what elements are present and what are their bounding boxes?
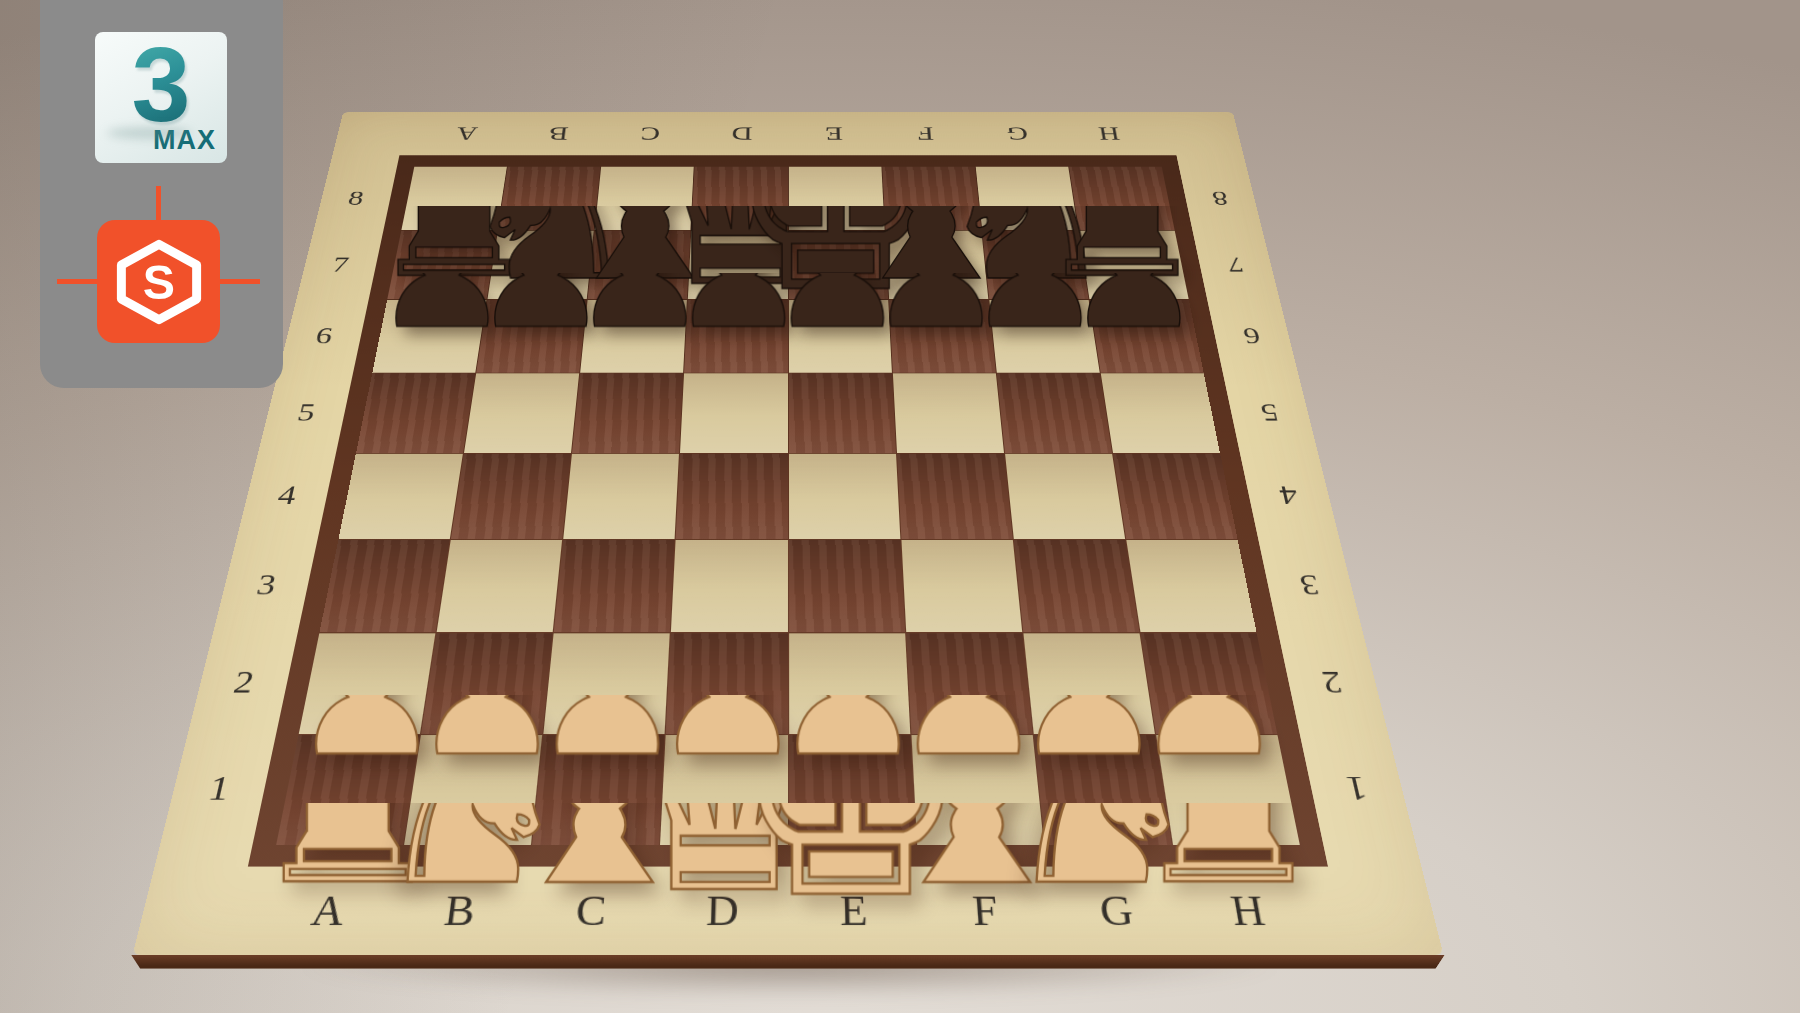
- rank-right-label-5: 5: [1223, 373, 1318, 453]
- file-top-label-e: E: [788, 112, 881, 155]
- rank-left-label-5: 5: [258, 373, 353, 453]
- square-a6[interactable]: [372, 300, 486, 373]
- square-h5[interactable]: [1101, 374, 1220, 453]
- square-f6[interactable]: [889, 300, 996, 373]
- 3ds-max-label: MAX: [153, 125, 216, 156]
- substance-letter: S: [142, 255, 174, 309]
- square-e4[interactable]: [789, 453, 900, 538]
- square-f4[interactable]: [897, 453, 1013, 538]
- square-c5[interactable]: [572, 374, 683, 453]
- file-bottom-label-c: C: [521, 867, 659, 955]
- substance-crosshair-tick-right: [220, 279, 260, 284]
- square-a4[interactable]: [339, 453, 464, 538]
- rank-right-label-4: 4: [1240, 453, 1340, 539]
- substance-3d-logo: S: [97, 220, 220, 343]
- square-d4[interactable]: [676, 453, 787, 538]
- square-h6[interactable]: [1089, 300, 1203, 373]
- square-d5[interactable]: [680, 374, 787, 453]
- file-bottom-label-h: H: [1175, 867, 1322, 955]
- rank-right-label-6: 6: [1207, 300, 1298, 374]
- file-bottom-label-g: G: [1046, 867, 1189, 955]
- file-top-label-c: C: [602, 112, 697, 155]
- square-e5[interactable]: [788, 374, 895, 453]
- square-a5[interactable]: [356, 374, 475, 453]
- file-bottom-label-e: E: [788, 867, 922, 955]
- file-top-label-h: H: [1060, 112, 1159, 155]
- file-bottom-label-f: F: [917, 867, 1055, 955]
- square-f5[interactable]: [893, 374, 1004, 453]
- rank-left-label-7: 7: [296, 231, 383, 300]
- substance-hexagon-icon: S: [116, 239, 202, 325]
- substance-crosshair-tick-left: [57, 279, 97, 284]
- square-h7[interactable]: ♟: [1079, 231, 1189, 299]
- square-e6[interactable]: [788, 300, 891, 373]
- substance-crosshair-tick-top: [156, 186, 161, 220]
- file-labels-top: ABCDEFGH: [417, 112, 1160, 155]
- file-bottom-label-d: D: [654, 867, 788, 955]
- file-top-label-a: A: [417, 112, 516, 155]
- file-top-label-f: F: [879, 112, 974, 155]
- rank-left-label-6: 6: [278, 300, 369, 374]
- rank-right-label-8: 8: [1179, 167, 1262, 231]
- file-bottom-label-a: A: [254, 867, 401, 955]
- square-c4[interactable]: [564, 453, 680, 538]
- square-b4[interactable]: [451, 453, 571, 538]
- square-d6[interactable]: [684, 300, 787, 373]
- 3ds-max-logo: 3 MAX: [95, 32, 227, 163]
- square-c6[interactable]: [580, 300, 687, 373]
- file-top-label-d: D: [695, 112, 788, 155]
- square-b6[interactable]: [476, 300, 587, 373]
- rank-right-label-7: 7: [1193, 231, 1280, 300]
- square-g6[interactable]: [989, 300, 1100, 373]
- square-h1[interactable]: ♜: [1156, 735, 1300, 845]
- scene-root: ABCDEFGH ABCDEFGH 87654321 87654321 ♜♞♝♛…: [0, 0, 1800, 1013]
- file-top-label-g: G: [969, 112, 1066, 155]
- square-b5[interactable]: [464, 374, 579, 453]
- file-top-label-b: B: [509, 112, 606, 155]
- square-g5[interactable]: [997, 374, 1112, 453]
- square-g4[interactable]: [1005, 453, 1125, 538]
- board-front-edge: [131, 955, 1444, 969]
- file-labels-bottom: ABCDEFGH: [254, 867, 1323, 955]
- chess-board: ABCDEFGH ABCDEFGH 87654321 87654321 ♜♞♝♛…: [133, 112, 1444, 955]
- square-h4[interactable]: [1113, 453, 1238, 538]
- file-bottom-label-b: B: [387, 867, 530, 955]
- software-logos-panel: 3 MAX S: [40, 0, 283, 388]
